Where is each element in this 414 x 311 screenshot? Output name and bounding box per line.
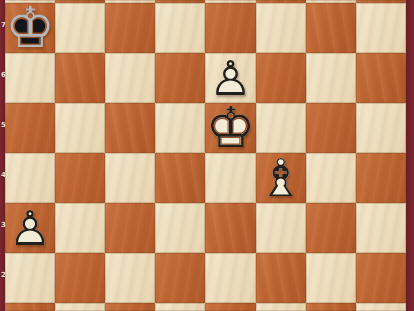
square-b4[interactable] [55,153,105,203]
black-king-outline-glyph: ♔ [5,0,55,56]
square-c7[interactable] [105,3,155,53]
square-a1[interactable] [5,303,55,311]
square-e3[interactable] [205,203,255,253]
square-a5[interactable] [5,103,55,153]
square-g1[interactable] [306,303,356,311]
square-g4[interactable] [306,153,356,203]
black-king-piece[interactable]: ♚♔ [5,0,55,56]
square-c5[interactable] [105,103,155,153]
square-g2[interactable] [306,253,356,303]
white-pawn-a3-outline-glyph: ♙ [9,204,52,252]
white-king-piece[interactable]: ♚♔ [205,100,255,156]
white-pawn-a3-piece[interactable]: ♟♙ [9,204,52,252]
chess-board-screenshot: ♚♔♟♙♚♔♝♗♟♙ 765432 [0,0,414,311]
square-f1[interactable] [256,303,306,311]
square-h4[interactable] [356,153,406,203]
square-f6[interactable] [256,53,306,103]
square-c1[interactable] [105,303,155,311]
square-b6[interactable] [55,53,105,103]
square-b7[interactable] [55,3,105,53]
square-a4[interactable] [5,153,55,203]
square-d2[interactable] [155,253,205,303]
square-a6[interactable] [5,53,55,103]
square-b3[interactable] [55,203,105,253]
square-d1[interactable] [155,303,205,311]
square-g6[interactable] [306,53,356,103]
board-frame-right [406,0,414,311]
square-e1[interactable] [205,303,255,311]
square-f4[interactable]: ♝♗ [256,153,306,203]
square-d3[interactable] [155,203,205,253]
square-b1[interactable] [55,303,105,311]
square-h6[interactable] [356,53,406,103]
square-b2[interactable] [55,253,105,303]
white-king-outline-glyph: ♔ [205,100,255,156]
square-f7[interactable] [256,3,306,53]
square-c3[interactable] [105,203,155,253]
square-h1[interactable] [356,303,406,311]
white-bishop-outline-glyph: ♗ [257,152,304,204]
square-h2[interactable] [356,253,406,303]
square-c2[interactable] [105,253,155,303]
square-g5[interactable] [306,103,356,153]
square-h3[interactable] [356,203,406,253]
square-b5[interactable] [55,103,105,153]
square-d4[interactable] [155,153,205,203]
square-c6[interactable] [105,53,155,103]
square-f3[interactable] [256,203,306,253]
square-h5[interactable] [356,103,406,153]
square-g7[interactable] [306,3,356,53]
white-bishop-piece[interactable]: ♝♗ [257,152,304,204]
square-d7[interactable] [155,3,205,53]
square-g3[interactable] [306,203,356,253]
square-e5[interactable]: ♚♔ [205,103,255,153]
square-h7[interactable] [356,3,406,53]
chess-board: ♚♔♟♙♚♔♝♗♟♙ [5,0,406,311]
square-e2[interactable] [205,253,255,303]
square-e4[interactable] [205,153,255,203]
square-f5[interactable] [256,103,306,153]
square-a3[interactable]: ♟♙ [5,203,55,253]
square-d6[interactable] [155,53,205,103]
square-d5[interactable] [155,103,205,153]
square-f2[interactable] [256,253,306,303]
square-c4[interactable] [105,153,155,203]
square-e7[interactable] [205,3,255,53]
square-a2[interactable] [5,253,55,303]
square-a7[interactable]: ♚♔ [5,3,55,53]
